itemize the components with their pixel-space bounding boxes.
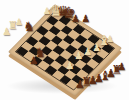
piece-light-pawn-h4[interactable]: ♟ xyxy=(104,35,116,44)
piece-light-pawn-f3[interactable]: ♟ xyxy=(64,61,77,71)
pieces-layer: ♛♛♚♟♟♞♟♜♟♟♞♟♟♟♟♝♟♟♟♜♟♟♝♟♜♟ xyxy=(0,0,128,100)
piece-dark-pawn-g6[interactable]: ♟ xyxy=(80,14,93,24)
chess-set-photo: ♛♛♚♟♟♞♟♜♟♟♞♟♟♟♟♝♟♟♟♜♟♟♝♟♜♟ xyxy=(0,0,128,100)
piece-light-pawn-offboard[interactable]: ♟ xyxy=(13,18,25,27)
piece-dark-pawn-offboard[interactable]: ♟ xyxy=(116,62,129,72)
piece-light-pawn-offboard[interactable]: ♟ xyxy=(1,27,14,37)
piece-dark-pawn-c3[interactable]: ♟ xyxy=(28,56,41,66)
piece-light-pawn-g5[interactable]: ♟ xyxy=(91,43,104,53)
piece-light-pawn-offboard[interactable]: ♟ xyxy=(41,7,53,16)
